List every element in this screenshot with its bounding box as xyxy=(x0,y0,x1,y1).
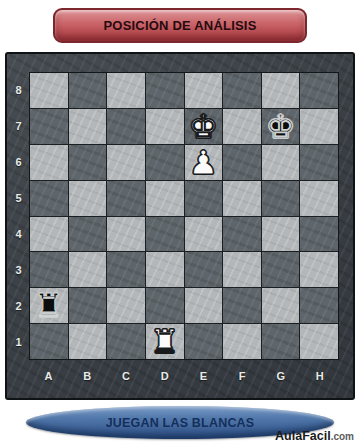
square-d1: ♜ xyxy=(146,324,184,359)
square-g5 xyxy=(262,181,300,216)
square-f3 xyxy=(223,252,261,287)
square-a3 xyxy=(30,252,68,287)
square-e7: ♚ xyxy=(185,109,223,144)
rank-label-7: 7 xyxy=(10,108,27,144)
square-a5 xyxy=(30,181,68,216)
white-pawn: ♟ xyxy=(185,145,223,180)
square-d5 xyxy=(146,181,184,216)
square-c8 xyxy=(107,73,145,108)
white-king: ♚ xyxy=(185,109,223,144)
square-e2 xyxy=(185,288,223,323)
rank-label-3: 3 xyxy=(10,252,27,288)
square-c6 xyxy=(107,145,145,180)
square-d3 xyxy=(146,252,184,287)
black-king: ♚ xyxy=(262,109,300,144)
file-label-b: B xyxy=(68,366,107,386)
square-f2 xyxy=(223,288,261,323)
square-e1 xyxy=(185,324,223,359)
square-c7 xyxy=(107,109,145,144)
square-e6: ♟ xyxy=(185,145,223,180)
square-h4 xyxy=(300,217,338,252)
square-e8 xyxy=(185,73,223,108)
rank-label-6: 6 xyxy=(10,144,27,180)
rank-label-5: 5 xyxy=(10,180,27,216)
square-f6 xyxy=(223,145,261,180)
rank-label-4: 4 xyxy=(10,216,27,252)
brand-suffix: .com xyxy=(331,431,354,442)
square-h3 xyxy=(300,252,338,287)
square-c5 xyxy=(107,181,145,216)
rank-label-8: 8 xyxy=(10,72,27,108)
square-c1 xyxy=(107,324,145,359)
square-b3 xyxy=(69,252,107,287)
analysis-position-title: POSICIÓN DE ANÁLISIS xyxy=(103,18,256,33)
square-a2: ♜ xyxy=(30,288,68,323)
square-f4 xyxy=(223,217,261,252)
brand-watermark: AulaFacil.com xyxy=(275,429,354,443)
square-d7 xyxy=(146,109,184,144)
square-g1 xyxy=(262,324,300,359)
file-label-f: F xyxy=(223,366,262,386)
square-h6 xyxy=(300,145,338,180)
file-label-e: E xyxy=(184,366,223,386)
square-d4 xyxy=(146,217,184,252)
analysis-position-banner: POSICIÓN DE ANÁLISIS xyxy=(53,8,307,43)
square-c2 xyxy=(107,288,145,323)
square-g7: ♚ xyxy=(262,109,300,144)
square-b1 xyxy=(69,324,107,359)
square-a6 xyxy=(30,145,68,180)
square-h8 xyxy=(300,73,338,108)
square-b6 xyxy=(69,145,107,180)
lesson-diagram: POSICIÓN DE ANÁLISIS 87654321 ♚♚♟♜♜ ABCD… xyxy=(0,0,360,446)
square-g4 xyxy=(262,217,300,252)
square-h7 xyxy=(300,109,338,144)
square-g2 xyxy=(262,288,300,323)
square-b7 xyxy=(69,109,107,144)
square-g6 xyxy=(262,145,300,180)
square-f1 xyxy=(223,324,261,359)
square-h5 xyxy=(300,181,338,216)
square-e4 xyxy=(185,217,223,252)
file-label-g: G xyxy=(262,366,301,386)
square-f7 xyxy=(223,109,261,144)
file-labels: ABCDEFGH xyxy=(29,366,339,386)
square-d2 xyxy=(146,288,184,323)
square-b5 xyxy=(69,181,107,216)
rank-label-2: 2 xyxy=(10,288,27,324)
chess-board-frame: 87654321 ♚♚♟♜♜ ABCDEFGH xyxy=(5,52,355,400)
square-e5 xyxy=(185,181,223,216)
side-to-move-label: JUEGAN LAS BLANCAS xyxy=(106,416,255,430)
file-label-d: D xyxy=(145,366,184,386)
file-label-c: C xyxy=(107,366,146,386)
square-b4 xyxy=(69,217,107,252)
white-rook: ♜ xyxy=(146,324,184,359)
square-a4 xyxy=(30,217,68,252)
square-b2 xyxy=(69,288,107,323)
square-b8 xyxy=(69,73,107,108)
rank-label-1: 1 xyxy=(10,324,27,360)
square-g3 xyxy=(262,252,300,287)
square-h2 xyxy=(300,288,338,323)
square-a8 xyxy=(30,73,68,108)
file-label-h: H xyxy=(300,366,339,386)
square-a1 xyxy=(30,324,68,359)
square-f8 xyxy=(223,73,261,108)
square-a7 xyxy=(30,109,68,144)
square-d8 xyxy=(146,73,184,108)
file-label-a: A xyxy=(29,366,68,386)
square-d6 xyxy=(146,145,184,180)
chess-board: ♚♚♟♜♜ xyxy=(29,72,339,360)
brand-name: AulaFacil xyxy=(275,429,331,443)
square-g8 xyxy=(262,73,300,108)
square-c3 xyxy=(107,252,145,287)
square-e3 xyxy=(185,252,223,287)
square-f5 xyxy=(223,181,261,216)
rank-labels: 87654321 xyxy=(10,72,27,360)
black-rook: ♜ xyxy=(30,288,68,323)
square-h1 xyxy=(300,324,338,359)
square-c4 xyxy=(107,217,145,252)
